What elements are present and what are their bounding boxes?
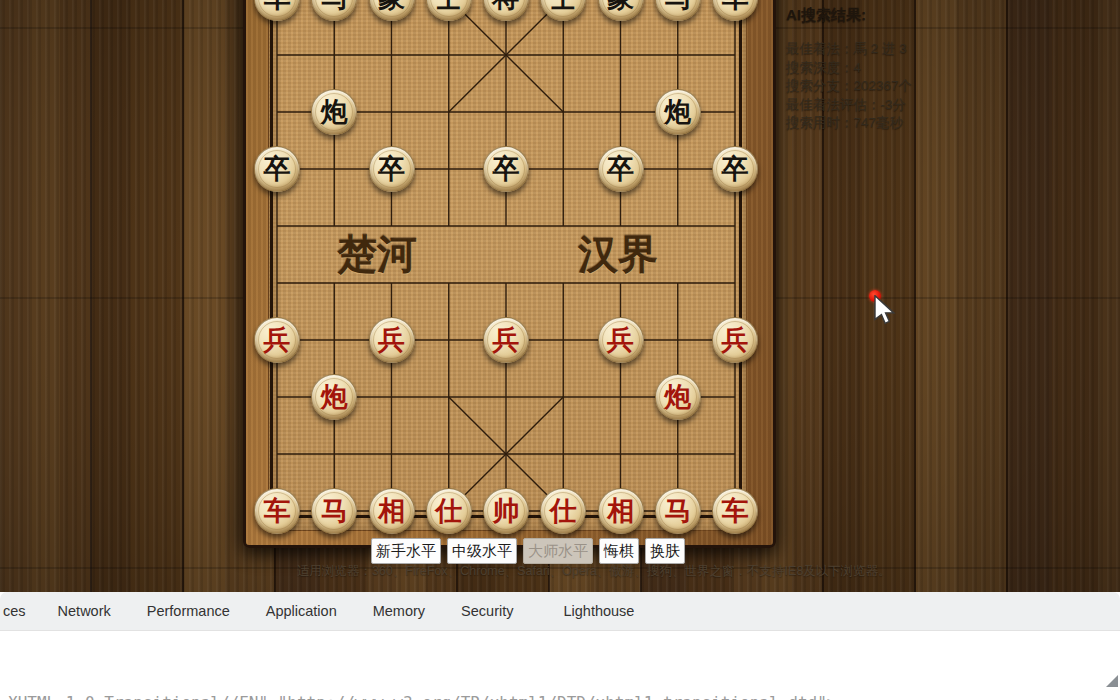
piece-red-帅[interactable]: 帅 — [483, 488, 529, 534]
river-label-han-jie: 汉界 — [578, 231, 706, 279]
button-新手水平[interactable]: 新手水平 — [371, 538, 441, 564]
piece-black-卒[interactable]: 卒 — [483, 146, 529, 192]
piece-glyph: 马 — [664, 498, 691, 525]
piece-glyph: 帅 — [493, 498, 520, 525]
piece-glyph: 相 — [607, 498, 634, 525]
piece-glyph: 兵 — [493, 327, 520, 354]
ai-result-line: 最佳着法评估：-3分 — [786, 96, 1106, 115]
devtools-tab-lighthouse[interactable]: Lighthouse — [545, 592, 652, 630]
piece-black-卒[interactable]: 卒 — [254, 146, 300, 192]
button-悔棋[interactable]: 悔棋 — [599, 538, 639, 564]
piece-red-相[interactable]: 相 — [369, 488, 415, 534]
piece-glyph: 炮 — [321, 99, 348, 126]
piece-black-卒[interactable]: 卒 — [369, 146, 415, 192]
piece-glyph: 兵 — [722, 327, 749, 354]
piece-glyph: 卒 — [378, 156, 405, 183]
piece-glyph: 象 — [378, 0, 405, 12]
piece-black-炮[interactable]: 炮 — [311, 89, 357, 135]
piece-red-仕[interactable]: 仕 — [540, 488, 586, 534]
piece-black-卒[interactable]: 卒 — [598, 146, 644, 192]
piece-glyph: 车 — [722, 0, 749, 12]
piece-glyph: 卒 — [264, 156, 291, 183]
piece-glyph: 卒 — [607, 156, 634, 183]
game-controls: 新手水平中级水平大师水平悔棋换肤 — [371, 538, 685, 564]
resize-corner-icon — [1106, 675, 1118, 687]
button-中级水平[interactable]: 中级水平 — [447, 538, 517, 564]
doctype-code-line[interactable]: XHTML 1.0 Transitional//EN" "http://www.… — [8, 690, 1120, 700]
piece-red-马[interactable]: 马 — [311, 488, 357, 534]
piece-red-炮[interactable]: 炮 — [311, 374, 357, 420]
piece-red-仕[interactable]: 仕 — [426, 488, 472, 534]
piece-glyph: 兵 — [378, 327, 405, 354]
devtools-tab-application[interactable]: Application — [248, 592, 355, 630]
piece-glyph: 将 — [493, 0, 520, 12]
piece-red-兵[interactable]: 兵 — [483, 317, 529, 363]
ai-result-line: 最佳着法：馬 2 进 3 — [786, 40, 1106, 59]
piece-glyph: 士 — [550, 0, 577, 12]
ai-result-line: 搜索用时：747毫秒 — [786, 114, 1106, 133]
river-label-chu-he: 楚河 — [337, 231, 465, 279]
piece-glyph: 相 — [378, 498, 405, 525]
piece-glyph: 马 — [321, 0, 348, 12]
devtools-tab-memory[interactable]: Memory — [355, 592, 443, 630]
piece-red-车[interactable]: 车 — [254, 488, 300, 534]
piece-red-炮[interactable]: 炮 — [655, 374, 701, 420]
piece-black-炮[interactable]: 炮 — [655, 89, 701, 135]
piece-red-兵[interactable]: 兵 — [598, 317, 644, 363]
ai-result-line: 搜索分支：202367个 — [786, 77, 1106, 96]
piece-glyph: 马 — [664, 0, 691, 12]
piece-glyph: 兵 — [607, 327, 634, 354]
devtools-tab-ces[interactable]: ces — [0, 592, 40, 630]
devtools-tab-bar: cesNetworkPerformanceApplicationMemorySe… — [0, 592, 1120, 631]
piece-red-车[interactable]: 车 — [712, 488, 758, 534]
piece-glyph: 炮 — [664, 99, 691, 126]
ai-result-line: 搜索深度：4 — [786, 59, 1106, 78]
ai-panel-title: AI搜索结果: — [786, 6, 1106, 25]
piece-glyph: 士 — [435, 0, 462, 12]
piece-red-兵[interactable]: 兵 — [369, 317, 415, 363]
devtools-panel: cesNetworkPerformanceApplicationMemorySe… — [0, 592, 1120, 700]
piece-red-马[interactable]: 马 — [655, 488, 701, 534]
devtools-code-area[interactable]: XHTML 1.0 Transitional//EN" "http://www.… — [0, 631, 1120, 700]
piece-red-兵[interactable]: 兵 — [254, 317, 300, 363]
piece-glyph: 卒 — [722, 156, 749, 183]
piece-glyph: 车 — [264, 498, 291, 525]
piece-glyph: 炮 — [664, 384, 691, 411]
devtools-tab-security[interactable]: Security — [443, 592, 531, 630]
piece-glyph: 车 — [722, 498, 749, 525]
piece-glyph: 马 — [321, 498, 348, 525]
piece-glyph: 车 — [264, 0, 291, 12]
browser-support-note: 适用浏览器：360、FireFox、Chrome、Safari、Opera、傲游… — [297, 563, 897, 580]
app-window: 楚河 汉界 车马象士将士象马车炮炮卒卒卒卒卒兵兵兵兵兵炮炮车马相仕帅仕相马车 A… — [0, 0, 1120, 700]
piece-glyph: 仕 — [550, 498, 577, 525]
piece-glyph: 仕 — [435, 498, 462, 525]
button-换肤[interactable]: 换肤 — [645, 538, 685, 564]
devtools-tab-network[interactable]: Network — [40, 592, 129, 630]
piece-red-兵[interactable]: 兵 — [712, 317, 758, 363]
ai-search-results-panel: AI搜索结果: 最佳着法：馬 2 进 3搜索深度：4搜索分支：202367个最佳… — [786, 6, 1106, 133]
piece-glyph: 兵 — [264, 327, 291, 354]
piece-black-卒[interactable]: 卒 — [712, 146, 758, 192]
button-大师水平: 大师水平 — [523, 538, 593, 564]
piece-glyph: 象 — [607, 0, 634, 12]
piece-glyph: 卒 — [493, 156, 520, 183]
devtools-tab-performance[interactable]: Performance — [129, 592, 248, 630]
piece-glyph: 炮 — [321, 384, 348, 411]
ai-panel-lines: 最佳着法：馬 2 进 3搜索深度：4搜索分支：202367个最佳着法评估：-3分… — [786, 40, 1106, 133]
piece-red-相[interactable]: 相 — [598, 488, 644, 534]
